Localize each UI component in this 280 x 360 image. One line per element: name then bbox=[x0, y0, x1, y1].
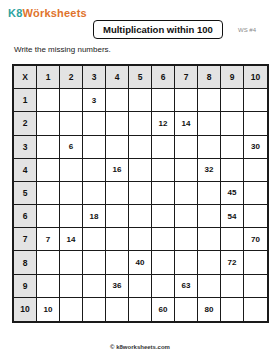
answer-cell-1x5[interactable] bbox=[129, 89, 152, 112]
answer-cell-6x10[interactable] bbox=[244, 205, 267, 228]
answer-cell-5x2[interactable] bbox=[60, 182, 83, 205]
answer-cell-1x6[interactable] bbox=[152, 89, 175, 112]
filled-cell-9x4: 36 bbox=[106, 275, 129, 298]
row-header-7: 7 bbox=[14, 228, 37, 251]
row-header-2: 2 bbox=[14, 112, 37, 135]
filled-cell-3x2: 6 bbox=[60, 136, 83, 159]
answer-cell-4x6[interactable] bbox=[152, 159, 175, 182]
answer-cell-7x4[interactable] bbox=[106, 228, 129, 251]
answer-cell-1x4[interactable] bbox=[106, 89, 129, 112]
col-header-6: 6 bbox=[152, 66, 175, 89]
worksheet-number: WS #4 bbox=[238, 27, 256, 33]
answer-cell-8x10[interactable] bbox=[244, 251, 267, 274]
corner-cell-x: X bbox=[14, 66, 37, 89]
answer-cell-2x4[interactable] bbox=[106, 112, 129, 135]
row-header-3: 3 bbox=[14, 136, 37, 159]
answer-cell-5x7[interactable] bbox=[175, 182, 198, 205]
answer-cell-8x4[interactable] bbox=[106, 251, 129, 274]
answer-cell-10x4[interactable] bbox=[106, 298, 129, 321]
filled-cell-7x2: 14 bbox=[60, 228, 83, 251]
instruction-text: Write the missing numbers. bbox=[14, 45, 111, 54]
answer-cell-8x2[interactable] bbox=[60, 251, 83, 274]
answer-cell-9x8[interactable] bbox=[198, 275, 221, 298]
answer-cell-4x10[interactable] bbox=[244, 159, 267, 182]
answer-cell-3x1[interactable] bbox=[37, 136, 60, 159]
answer-cell-2x5[interactable] bbox=[129, 112, 152, 135]
answer-cell-1x9[interactable] bbox=[221, 89, 244, 112]
filled-cell-4x8: 32 bbox=[198, 159, 221, 182]
answer-cell-6x7[interactable] bbox=[175, 205, 198, 228]
answer-cell-7x3[interactable] bbox=[83, 228, 106, 251]
worksheet-title: Multiplication within 100 bbox=[93, 20, 223, 39]
answer-cell-5x10[interactable] bbox=[244, 182, 267, 205]
answer-cell-10x5[interactable] bbox=[129, 298, 152, 321]
answer-cell-9x6[interactable] bbox=[152, 275, 175, 298]
answer-cell-5x5[interactable] bbox=[129, 182, 152, 205]
filled-cell-2x7: 14 bbox=[175, 112, 198, 135]
col-header-9: 9 bbox=[221, 66, 244, 89]
answer-cell-3x3[interactable] bbox=[83, 136, 106, 159]
filled-cell-9x7: 63 bbox=[175, 275, 198, 298]
row-header-6: 6 bbox=[14, 205, 37, 228]
answer-cell-5x1[interactable] bbox=[37, 182, 60, 205]
answer-cell-7x8[interactable] bbox=[198, 228, 221, 251]
filled-cell-7x1: 7 bbox=[37, 228, 60, 251]
filled-cell-8x5: 40 bbox=[129, 251, 152, 274]
row-header-4: 4 bbox=[14, 159, 37, 182]
answer-cell-4x3[interactable] bbox=[83, 159, 106, 182]
logo-k8-text: K8 bbox=[8, 7, 22, 19]
row-header-9: 9 bbox=[14, 275, 37, 298]
answer-cell-10x7[interactable] bbox=[175, 298, 198, 321]
row-header-8: 8 bbox=[14, 251, 37, 274]
answer-cell-5x8[interactable] bbox=[198, 182, 221, 205]
k8worksheets-logo: K8Wörksheets bbox=[8, 7, 87, 19]
answer-cell-9x1[interactable] bbox=[37, 275, 60, 298]
col-header-5: 5 bbox=[129, 66, 152, 89]
answer-cell-6x6[interactable] bbox=[152, 205, 175, 228]
answer-cell-7x5[interactable] bbox=[129, 228, 152, 251]
answer-cell-4x7[interactable] bbox=[175, 159, 198, 182]
answer-cell-1x1[interactable] bbox=[37, 89, 60, 112]
answer-cell-10x3[interactable] bbox=[83, 298, 106, 321]
answer-cell-9x9[interactable] bbox=[221, 275, 244, 298]
answer-cell-4x2[interactable] bbox=[60, 159, 83, 182]
answer-cell-2x10[interactable] bbox=[244, 112, 267, 135]
answer-cell-9x10[interactable] bbox=[244, 275, 267, 298]
filled-cell-2x6: 12 bbox=[152, 112, 175, 135]
col-header-7: 7 bbox=[175, 66, 198, 89]
answer-cell-6x2[interactable] bbox=[60, 205, 83, 228]
col-header-8: 8 bbox=[198, 66, 221, 89]
answer-cell-8x6[interactable] bbox=[152, 251, 175, 274]
answer-cell-9x3[interactable] bbox=[83, 275, 106, 298]
answer-cell-5x3[interactable] bbox=[83, 182, 106, 205]
filled-cell-10x1: 10 bbox=[37, 298, 60, 321]
row-header-1: 1 bbox=[14, 89, 37, 112]
filled-cell-3x10: 30 bbox=[244, 136, 267, 159]
col-header-1: 1 bbox=[37, 66, 60, 89]
answer-cell-3x5[interactable] bbox=[129, 136, 152, 159]
answer-cell-1x7[interactable] bbox=[175, 89, 198, 112]
answer-cell-5x6[interactable] bbox=[152, 182, 175, 205]
answer-cell-6x8[interactable] bbox=[198, 205, 221, 228]
answer-cell-4x9[interactable] bbox=[221, 159, 244, 182]
filled-cell-4x4: 16 bbox=[106, 159, 129, 182]
filled-cell-10x8: 80 bbox=[198, 298, 221, 321]
answer-cell-7x6[interactable] bbox=[152, 228, 175, 251]
answer-cell-3x6[interactable] bbox=[152, 136, 175, 159]
answer-cell-8x3[interactable] bbox=[83, 251, 106, 274]
col-header-3: 3 bbox=[83, 66, 106, 89]
logo-worksheets-text: Wörksheets bbox=[22, 7, 86, 19]
col-header-4: 4 bbox=[106, 66, 129, 89]
answer-cell-7x9[interactable] bbox=[221, 228, 244, 251]
answer-cell-6x4[interactable] bbox=[106, 205, 129, 228]
answer-cell-4x5[interactable] bbox=[129, 159, 152, 182]
filled-cell-1x3: 3 bbox=[83, 89, 106, 112]
answer-cell-2x8[interactable] bbox=[198, 112, 221, 135]
filled-cell-6x3: 18 bbox=[83, 205, 106, 228]
row-header-5: 5 bbox=[14, 182, 37, 205]
answer-cell-9x5[interactable] bbox=[129, 275, 152, 298]
answer-cell-6x1[interactable] bbox=[37, 205, 60, 228]
col-header-10: 10 bbox=[244, 66, 267, 89]
filled-cell-6x9: 54 bbox=[221, 205, 244, 228]
row-header-10: 10 bbox=[14, 298, 37, 321]
col-header-2: 2 bbox=[60, 66, 83, 89]
answer-cell-10x10[interactable] bbox=[244, 298, 267, 321]
filled-cell-8x9: 72 bbox=[221, 251, 244, 274]
answer-cell-8x1[interactable] bbox=[37, 251, 60, 274]
answer-cell-1x8[interactable] bbox=[198, 89, 221, 112]
answer-cell-9x2[interactable] bbox=[60, 275, 83, 298]
answer-cell-1x10[interactable] bbox=[244, 89, 267, 112]
answer-cell-3x4[interactable] bbox=[106, 136, 129, 159]
answer-cell-4x1[interactable] bbox=[37, 159, 60, 182]
answer-cell-3x8[interactable] bbox=[198, 136, 221, 159]
filled-cell-10x6: 60 bbox=[152, 298, 175, 321]
answer-cell-10x9[interactable] bbox=[221, 298, 244, 321]
answer-cell-6x5[interactable] bbox=[129, 205, 152, 228]
answer-cell-2x3[interactable] bbox=[83, 112, 106, 135]
answer-cell-5x4[interactable] bbox=[106, 182, 129, 205]
answer-cell-2x1[interactable] bbox=[37, 112, 60, 135]
answer-cell-3x9[interactable] bbox=[221, 136, 244, 159]
answer-cell-2x9[interactable] bbox=[221, 112, 244, 135]
answer-cell-1x2[interactable] bbox=[60, 89, 83, 112]
multiplication-grid: X123456789101321214363041632545618547714… bbox=[12, 64, 269, 323]
answer-cell-8x7[interactable] bbox=[175, 251, 198, 274]
answer-cell-3x7[interactable] bbox=[175, 136, 198, 159]
answer-cell-2x2[interactable] bbox=[60, 112, 83, 135]
answer-cell-8x8[interactable] bbox=[198, 251, 221, 274]
filled-cell-5x9: 45 bbox=[221, 182, 244, 205]
footer-copyright: © k8worksheets.com bbox=[0, 344, 280, 350]
answer-cell-7x7[interactable] bbox=[175, 228, 198, 251]
answer-cell-10x2[interactable] bbox=[60, 298, 83, 321]
filled-cell-7x10: 70 bbox=[244, 228, 267, 251]
